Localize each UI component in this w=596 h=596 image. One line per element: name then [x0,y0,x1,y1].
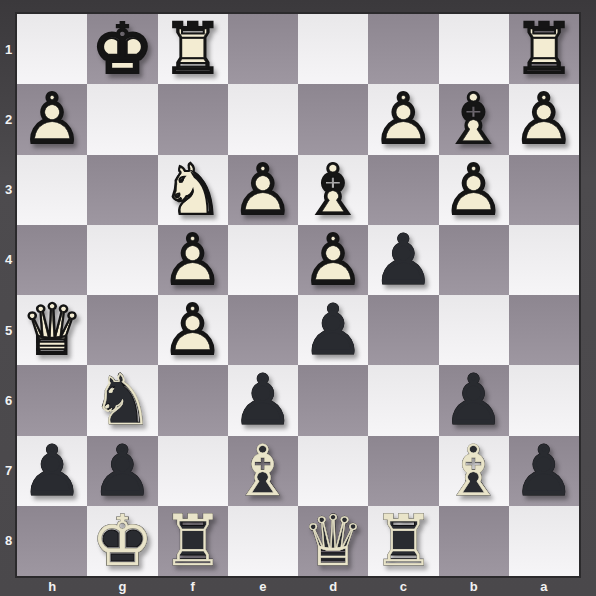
square-f1[interactable]: ♜♖ [158,14,228,84]
piece-black-N-g6[interactable]: ♞♘ [87,365,157,435]
piece-white-P-f5[interactable]: ♟♙ [158,295,228,365]
square-a7[interactable]: ♟♙ [509,436,579,506]
square-e1[interactable] [228,14,298,84]
piece-outline-layer: ♙ [439,155,509,225]
square-c3[interactable] [368,155,438,225]
piece-outline-layer: ♗ [298,155,368,225]
file-label-d: d [298,576,368,596]
square-b1[interactable] [439,14,509,84]
piece-outline-layer: ♖ [509,14,579,84]
square-h1[interactable] [17,14,87,84]
piece-white-B-d3[interactable]: ♝♗ [298,155,368,225]
square-b6[interactable]: ♟♙ [439,365,509,435]
square-h4[interactable] [17,225,87,295]
piece-black-R-f8[interactable]: ♜♖ [158,506,228,576]
piece-white-P-d4[interactable]: ♟♙ [298,225,368,295]
square-b4[interactable] [439,225,509,295]
piece-white-P-h2[interactable]: ♟♙ [17,84,87,154]
piece-outline-layer: ♙ [228,365,298,435]
rank-label-6: 6 [0,365,17,435]
rank-label-1: 1 [0,14,17,84]
piece-outline-layer: ♕ [17,295,87,365]
piece-black-Q-d8[interactable]: ♛♕ [298,506,368,576]
square-d3[interactable]: ♝♗ [298,155,368,225]
piece-white-R-a1[interactable]: ♜♖ [509,14,579,84]
piece-black-B-e7[interactable]: ♝♗ [228,436,298,506]
piece-white-R-f1[interactable]: ♜♖ [158,14,228,84]
piece-outline-layer: ♙ [368,84,438,154]
square-a8[interactable] [509,506,579,576]
piece-outline-layer: ♙ [228,155,298,225]
square-e4[interactable] [228,225,298,295]
square-c1[interactable] [368,14,438,84]
square-c4[interactable]: ♟♙ [368,225,438,295]
rank-label-3: 3 [0,155,17,225]
file-label-g: g [87,576,157,596]
square-e5[interactable] [228,295,298,365]
square-h6[interactable] [17,365,87,435]
square-f2[interactable] [158,84,228,154]
square-f5[interactable]: ♟♙ [158,295,228,365]
piece-black-R-c8[interactable]: ♜♖ [368,506,438,576]
piece-black-P-b6[interactable]: ♟♙ [439,365,509,435]
piece-black-P-d5[interactable]: ♟♙ [298,295,368,365]
piece-black-P-h7[interactable]: ♟♙ [17,436,87,506]
square-a4[interactable] [509,225,579,295]
square-b5[interactable] [439,295,509,365]
square-f6[interactable] [158,365,228,435]
piece-outline-layer: ♙ [509,436,579,506]
square-d4[interactable]: ♟♙ [298,225,368,295]
piece-outline-layer: ♙ [17,84,87,154]
square-h8[interactable] [17,506,87,576]
piece-white-Q-h5[interactable]: ♛♕ [17,295,87,365]
piece-outline-layer: ♙ [439,365,509,435]
piece-outline-layer: ♖ [158,506,228,576]
square-e6[interactable]: ♟♙ [228,365,298,435]
piece-outline-layer: ♘ [87,365,157,435]
square-d7[interactable] [298,436,368,506]
piece-outline-layer: ♖ [368,506,438,576]
square-f8[interactable]: ♜♖ [158,506,228,576]
piece-white-K-g1[interactable]: ♚♔ [87,14,157,84]
square-c7[interactable] [368,436,438,506]
rank-label-8: 8 [0,506,17,576]
rank-labels: 12345678 [0,14,17,576]
piece-outline-layer: ♙ [298,295,368,365]
square-g6[interactable]: ♞♘ [87,365,157,435]
piece-outline-layer: ♙ [298,225,368,295]
rank-label-5: 5 [0,295,17,365]
piece-white-N-f3[interactable]: ♞♘ [158,155,228,225]
file-label-h: h [17,576,87,596]
rank-label-2: 2 [0,84,17,154]
square-g1[interactable]: ♚♔ [87,14,157,84]
file-label-b: b [439,576,509,596]
chess-board-window: 12345678 ♚♔♜♖♜♖♟♙♟♙♝♗♟♙♞♘♟♙♝♗♟♙♟♙♟♙♟♙♛♕♟… [0,0,596,596]
square-f7[interactable] [158,436,228,506]
square-f4[interactable]: ♟♙ [158,225,228,295]
piece-outline-layer: ♙ [158,295,228,365]
piece-outline-layer: ♘ [158,155,228,225]
square-e2[interactable] [228,84,298,154]
piece-outline-layer: ♙ [87,436,157,506]
square-g3[interactable] [87,155,157,225]
piece-black-P-c4[interactable]: ♟♙ [368,225,438,295]
chess-board[interactable]: ♚♔♜♖♜♖♟♙♟♙♝♗♟♙♞♘♟♙♝♗♟♙♟♙♟♙♟♙♛♕♟♙♟♙♞♘♟♙♟♙… [17,14,579,576]
square-e7[interactable]: ♝♗ [228,436,298,506]
piece-outline-layer: ♗ [228,436,298,506]
rank-label-7: 7 [0,436,17,506]
piece-white-P-f4[interactable]: ♟♙ [158,225,228,295]
piece-white-P-a2[interactable]: ♟♙ [509,84,579,154]
file-label-f: f [158,576,228,596]
square-d2[interactable] [298,84,368,154]
file-label-c: c [368,576,438,596]
piece-white-P-c2[interactable]: ♟♙ [368,84,438,154]
piece-black-P-a7[interactable]: ♟♙ [509,436,579,506]
square-h2[interactable]: ♟♙ [17,84,87,154]
piece-outline-layer: ♕ [298,506,368,576]
piece-black-K-g8[interactable]: ♚♔ [87,506,157,576]
piece-white-P-e3[interactable]: ♟♙ [228,155,298,225]
square-c6[interactable] [368,365,438,435]
square-b3[interactable]: ♟♙ [439,155,509,225]
piece-black-P-g7[interactable]: ♟♙ [87,436,157,506]
square-h5[interactable]: ♛♕ [17,295,87,365]
square-a6[interactable] [509,365,579,435]
piece-black-B-b7[interactable]: ♝♗ [439,436,509,506]
piece-outline-layer: ♖ [158,14,228,84]
square-f3[interactable]: ♞♘ [158,155,228,225]
square-g5[interactable] [87,295,157,365]
file-labels: hgfedcba [17,576,579,596]
piece-outline-layer: ♙ [158,225,228,295]
square-c8[interactable]: ♜♖ [368,506,438,576]
square-g2[interactable] [87,84,157,154]
square-a3[interactable] [509,155,579,225]
square-d8[interactable]: ♛♕ [298,506,368,576]
square-a1[interactable]: ♜♖ [509,14,579,84]
piece-outline-layer: ♙ [17,436,87,506]
piece-outline-layer: ♔ [87,14,157,84]
square-b7[interactable]: ♝♗ [439,436,509,506]
square-d6[interactable] [298,365,368,435]
square-d1[interactable] [298,14,368,84]
square-b8[interactable] [439,506,509,576]
piece-black-P-e6[interactable]: ♟♙ [228,365,298,435]
square-e8[interactable] [228,506,298,576]
file-label-e: e [228,576,298,596]
piece-outline-layer: ♔ [87,506,157,576]
rank-label-4: 4 [0,225,17,295]
piece-outline-layer: ♙ [368,225,438,295]
square-a5[interactable] [509,295,579,365]
piece-white-B-b2[interactable]: ♝♗ [439,84,509,154]
piece-white-P-b3[interactable]: ♟♙ [439,155,509,225]
square-h3[interactable] [17,155,87,225]
square-g7[interactable]: ♟♙ [87,436,157,506]
square-b2[interactable]: ♝♗ [439,84,509,154]
square-e3[interactable]: ♟♙ [228,155,298,225]
square-a2[interactable]: ♟♙ [509,84,579,154]
square-d5[interactable]: ♟♙ [298,295,368,365]
square-g8[interactable]: ♚♔ [87,506,157,576]
square-h7[interactable]: ♟♙ [17,436,87,506]
square-c5[interactable] [368,295,438,365]
file-label-a: a [509,576,579,596]
piece-outline-layer: ♗ [439,436,509,506]
piece-outline-layer: ♙ [509,84,579,154]
piece-outline-layer: ♗ [439,84,509,154]
square-c2[interactable]: ♟♙ [368,84,438,154]
square-g4[interactable] [87,225,157,295]
